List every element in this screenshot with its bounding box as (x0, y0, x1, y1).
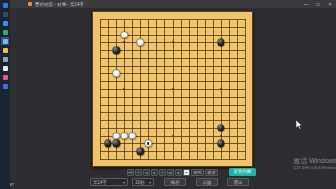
white-stone-C12 (112, 70, 119, 77)
star-point (123, 88, 125, 90)
black-stone-F2 (137, 148, 144, 155)
title-bar: 围棋对弈 - 对局 - 第14手 — □ × (10, 0, 336, 8)
app-go-icon[interactable] (1, 37, 9, 45)
grid-line-horizontal (100, 105, 246, 106)
last-move-marker (147, 142, 149, 144)
minimize-button[interactable]: — (300, 0, 312, 8)
app-browser-icon (3, 21, 8, 26)
windows-taskbar[interactable] (0, 0, 10, 189)
app-gray-icon[interactable] (1, 55, 9, 63)
app-browser-icon[interactable] (1, 19, 9, 27)
go-board[interactable] (92, 11, 253, 167)
mouse-cursor (296, 120, 304, 130)
grid-line-vertical (213, 19, 214, 160)
grid-line-vertical (229, 19, 230, 160)
move-navigation-toolbar: ⏮«◂▸»⏭●▪研究棋谱 (127, 169, 218, 176)
black-stone-C3 (112, 140, 119, 147)
white-stone-G3 (145, 140, 152, 147)
grid-line-vertical (197, 19, 198, 160)
app-icon (28, 2, 32, 6)
white-stone-E4 (129, 132, 136, 139)
star-point (172, 88, 174, 90)
white-stone-C4 (112, 132, 119, 139)
close-button[interactable]: × (324, 0, 336, 8)
grid-line-horizontal (100, 120, 246, 121)
app-pink-icon (3, 75, 8, 80)
start-button[interactable] (1, 1, 9, 9)
app-go-icon (3, 39, 8, 44)
search-icon[interactable] (1, 10, 9, 18)
activate-windows-watermark: 激活 Windows 转到“设置”以激活 Windows。 (293, 157, 336, 170)
territory-estimate-button[interactable]: 形势判断 (229, 168, 256, 176)
black-stone-Q16 (217, 39, 224, 46)
resign-button[interactable]: 认输 (196, 178, 218, 186)
go-grid[interactable] (93, 12, 252, 166)
nav-forward-10[interactable]: » (159, 169, 166, 176)
chevron-down-icon: ▾ (149, 179, 151, 186)
time-value: 10秒 (135, 179, 145, 186)
nav-back-10[interactable]: « (135, 169, 142, 176)
app-white-icon (3, 66, 8, 71)
app-gray-icon (3, 57, 8, 62)
nav-last[interactable]: ⏭ (167, 169, 174, 176)
star-point (123, 41, 125, 43)
move-number-dropdown[interactable]: 第14手 ▾ (90, 178, 128, 186)
nav-back[interactable]: ◂ (143, 169, 150, 176)
star-point (172, 135, 174, 137)
grid-line-horizontal (100, 97, 246, 98)
nav-current[interactable]: ▪ (183, 169, 190, 176)
star-point (220, 88, 222, 90)
black-stone-B3 (104, 140, 111, 147)
app-pink-icon[interactable] (1, 73, 9, 81)
app-folder-icon[interactable] (1, 46, 9, 54)
black-stone-Q3 (217, 140, 224, 147)
time-dropdown[interactable]: 10秒 ▾ (132, 178, 154, 186)
app-folder-icon (3, 48, 8, 53)
app-blue-icon (3, 84, 8, 89)
undo-button[interactable]: 悔棋 (164, 178, 186, 186)
white-stone-F16 (137, 39, 144, 46)
grid-line-vertical (237, 19, 238, 160)
grid-line-vertical (205, 19, 206, 160)
search-icon (3, 12, 8, 17)
grid-line-horizontal (100, 159, 246, 160)
grid-line-vertical (245, 19, 246, 160)
move-number-value: 第14手 (93, 179, 107, 186)
app-green-icon[interactable] (1, 28, 9, 36)
nav-first[interactable]: ⏮ (127, 169, 134, 176)
watermark-line2: 转到“设置”以激活 Windows。 (293, 165, 336, 170)
start-button (3, 3, 8, 8)
grid-line-horizontal (100, 112, 246, 113)
exit-button[interactable]: 退出 (227, 178, 249, 186)
black-stone-C15 (112, 46, 119, 53)
study-button[interactable]: 研究 (191, 169, 204, 176)
white-stone-D17 (120, 31, 127, 38)
chevron-down-icon: ▾ (123, 179, 125, 186)
app-blue-icon[interactable] (1, 82, 9, 90)
record-button[interactable]: 棋谱 (205, 169, 218, 176)
black-stone-Q5 (217, 124, 224, 131)
white-stone-D4 (120, 132, 127, 139)
app-green-icon (3, 30, 8, 35)
star-point (220, 135, 222, 137)
grid-line-horizontal (100, 151, 246, 152)
nav-pass[interactable]: ● (175, 169, 182, 176)
watermark-line1: 激活 Windows (293, 157, 336, 165)
grid-line-vertical (189, 19, 190, 160)
app-white-icon[interactable] (1, 64, 9, 72)
grid-line-vertical (181, 19, 182, 160)
maximize-button[interactable]: □ (312, 0, 324, 8)
star-point (172, 41, 174, 43)
window-title: 围棋对弈 - 对局 - 第14手 (35, 0, 84, 7)
nav-forward[interactable]: ▸ (151, 169, 158, 176)
